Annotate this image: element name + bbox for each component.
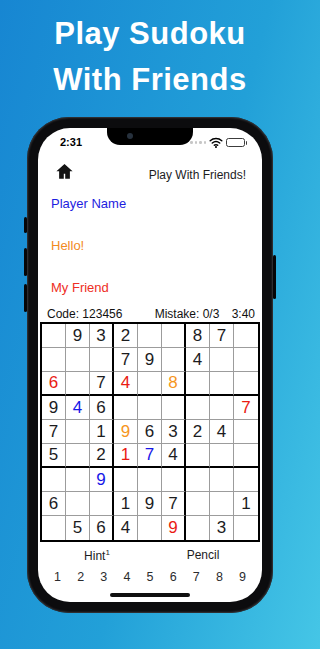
sudoku-cell-r3c7[interactable]	[186, 372, 210, 396]
app-screen: 2:31 Play With Friends!	[38, 128, 262, 602]
sudoku-cell-r5c4[interactable]: 9	[114, 420, 138, 444]
numpad-1[interactable]: 1	[51, 569, 64, 585]
sudoku-cell-r6c5[interactable]: 7	[138, 444, 162, 468]
sudoku-cell-r9c4[interactable]: 4	[114, 516, 138, 540]
sudoku-cell-r6c8[interactable]	[210, 444, 234, 468]
sudoku-cell-r8c8[interactable]	[210, 492, 234, 516]
sudoku-cell-r5c8[interactable]: 4	[210, 420, 234, 444]
numpad-4[interactable]: 4	[120, 569, 133, 585]
sudoku-cell-r3c4[interactable]: 4	[114, 372, 138, 396]
sudoku-cell-r1c4[interactable]: 2	[114, 324, 138, 348]
sudoku-cell-r8c1[interactable]: 6	[42, 492, 66, 516]
cellular-signal-icon	[190, 141, 206, 144]
sudoku-board: 932877946748946771963245217496197156493	[40, 322, 260, 542]
sudoku-cell-r6c4[interactable]: 1	[114, 444, 138, 468]
sudoku-cell-r8c5[interactable]: 9	[138, 492, 162, 516]
sudoku-cell-r3c1[interactable]: 6	[42, 372, 66, 396]
sudoku-cell-r9c1[interactable]	[42, 516, 66, 540]
number-pad: 123456789	[51, 569, 249, 585]
numpad-2[interactable]: 2	[74, 569, 87, 585]
sudoku-cell-r4c6[interactable]	[162, 396, 186, 420]
sudoku-cell-r5c7[interactable]: 2	[186, 420, 210, 444]
game-timer: 3:40	[232, 307, 255, 321]
sudoku-cell-r1c8[interactable]: 7	[210, 324, 234, 348]
sudoku-cell-r9c6[interactable]: 9	[162, 516, 186, 540]
sudoku-cell-r8c3[interactable]	[90, 492, 114, 516]
hint-count-badge: 1	[105, 548, 109, 557]
sudoku-cell-r5c2[interactable]	[66, 420, 90, 444]
game-info-row: Code: 123456 Mistake: 0/3 3:40	[47, 307, 255, 321]
sudoku-cell-r9c2[interactable]: 5	[66, 516, 90, 540]
numpad-9[interactable]: 9	[236, 569, 249, 585]
sudoku-cell-r1c2[interactable]: 9	[66, 324, 90, 348]
sudoku-cell-r4c5[interactable]	[138, 396, 162, 420]
wifi-icon	[209, 137, 223, 148]
sudoku-cell-r1c3[interactable]: 3	[90, 324, 114, 348]
game-code: Code: 123456	[47, 307, 122, 321]
sudoku-cell-r8c6[interactable]: 7	[162, 492, 186, 516]
sudoku-cell-r3c2[interactable]	[66, 372, 90, 396]
numpad-3[interactable]: 3	[97, 569, 110, 585]
status-icons	[190, 137, 247, 148]
sudoku-cell-r6c6[interactable]: 4	[162, 444, 186, 468]
sudoku-cell-r7c6[interactable]	[162, 468, 186, 492]
hint-button[interactable]: Hint1	[67, 548, 127, 563]
numpad-6[interactable]: 6	[167, 569, 180, 585]
sudoku-cell-r4c2[interactable]: 4	[66, 396, 90, 420]
numpad-7[interactable]: 7	[190, 569, 203, 585]
sudoku-cell-r7c8[interactable]	[210, 468, 234, 492]
sudoku-cell-r4c1[interactable]: 9	[42, 396, 66, 420]
numpad-8[interactable]: 8	[213, 569, 226, 585]
sudoku-cell-r8c4[interactable]: 1	[114, 492, 138, 516]
notch	[107, 128, 193, 145]
sudoku-cell-r6c1[interactable]: 5	[42, 444, 66, 468]
sudoku-cell-r1c5[interactable]	[138, 324, 162, 348]
player-name-label: Player Name	[51, 196, 126, 211]
sudoku-cell-r5c6[interactable]: 3	[162, 420, 186, 444]
sudoku-cell-r5c9[interactable]	[234, 420, 258, 444]
sudoku-cell-r3c8[interactable]	[210, 372, 234, 396]
numpad-5[interactable]: 5	[144, 569, 157, 585]
sudoku-cell-r6c9[interactable]	[234, 444, 258, 468]
page-title: Play With Friends!	[149, 168, 246, 182]
sudoku-cell-r7c2[interactable]	[66, 468, 90, 492]
sudoku-cell-r6c7[interactable]	[186, 444, 210, 468]
sudoku-cell-r2c3[interactable]	[90, 348, 114, 372]
sudoku-cell-r3c5[interactable]	[138, 372, 162, 396]
front-camera-icon	[127, 133, 133, 139]
sudoku-cell-r9c7[interactable]	[186, 516, 210, 540]
headline-line2: With Friends	[0, 57, 300, 103]
friend-name-label: My Friend	[51, 280, 109, 295]
sudoku-cell-r7c5[interactable]	[138, 468, 162, 492]
sudoku-cell-r4c9[interactable]: 7	[234, 396, 258, 420]
sudoku-cell-r2c6[interactable]	[162, 348, 186, 372]
sudoku-cell-r2c1[interactable]	[42, 348, 66, 372]
sudoku-cell-r5c5[interactable]: 6	[138, 420, 162, 444]
sudoku-cell-r1c6[interactable]	[162, 324, 186, 348]
sudoku-cell-r8c9[interactable]: 1	[234, 492, 258, 516]
sudoku-cell-r4c8[interactable]	[210, 396, 234, 420]
sudoku-cell-r7c1[interactable]	[42, 468, 66, 492]
sudoku-cell-r9c3[interactable]: 6	[90, 516, 114, 540]
sudoku-cell-r2c2[interactable]	[66, 348, 90, 372]
sudoku-cell-r3c3[interactable]: 7	[90, 372, 114, 396]
sudoku-cell-r3c9[interactable]	[234, 372, 258, 396]
home-indicator[interactable]	[110, 593, 190, 597]
sudoku-cell-r5c1[interactable]: 7	[42, 420, 66, 444]
sudoku-cell-r1c9[interactable]	[234, 324, 258, 348]
sudoku-cell-r2c7[interactable]: 4	[186, 348, 210, 372]
sudoku-cell-r7c9[interactable]	[234, 468, 258, 492]
power-button	[273, 255, 276, 299]
sudoku-cell-r5c3[interactable]: 1	[90, 420, 114, 444]
sudoku-cell-r4c3[interactable]: 6	[90, 396, 114, 420]
marketing-headline: Play Sudoku With Friends	[0, 11, 300, 103]
sudoku-cell-r6c3[interactable]: 2	[90, 444, 114, 468]
sudoku-cell-r1c1[interactable]	[42, 324, 66, 348]
sudoku-cell-r4c4[interactable]	[114, 396, 138, 420]
sudoku-cell-r2c4[interactable]: 7	[114, 348, 138, 372]
iphone-frame: 2:31 Play With Friends!	[27, 117, 273, 613]
sudoku-cell-r1c7[interactable]: 8	[186, 324, 210, 348]
sudoku-cell-r2c9[interactable]	[234, 348, 258, 372]
sudoku-cell-r2c8[interactable]	[210, 348, 234, 372]
sudoku-cell-r4c7[interactable]	[186, 396, 210, 420]
headline-line1: Play Sudoku	[0, 11, 300, 57]
sudoku-cell-r9c5[interactable]	[138, 516, 162, 540]
pencil-button[interactable]: Pencil	[173, 548, 233, 562]
sudoku-cell-r2c5[interactable]: 9	[138, 348, 162, 372]
sudoku-cell-r7c7[interactable]	[186, 468, 210, 492]
sudoku-cell-r8c7[interactable]	[186, 492, 210, 516]
sudoku-cell-r7c4[interactable]	[114, 468, 138, 492]
status-time: 2:31	[60, 136, 82, 148]
sudoku-cell-r6c2[interactable]	[66, 444, 90, 468]
sudoku-cell-r3c6[interactable]: 8	[162, 372, 186, 396]
mistake-counter: Mistake: 0/3	[155, 307, 220, 321]
sudoku-cell-r8c2[interactable]	[66, 492, 90, 516]
home-icon[interactable]	[55, 162, 74, 181]
battery-icon	[226, 138, 247, 147]
sudoku-cell-r9c8[interactable]: 3	[210, 516, 234, 540]
sudoku-cell-r7c3[interactable]: 9	[90, 468, 114, 492]
sudoku-cell-r9c9[interactable]	[234, 516, 258, 540]
chat-message-hello: Hello!	[51, 238, 84, 253]
